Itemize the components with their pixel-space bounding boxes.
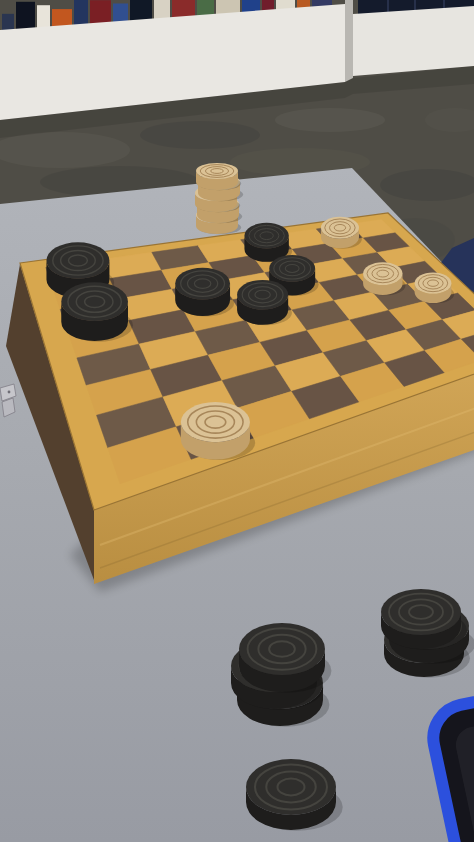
bookshelf-right — [353, 6, 474, 76]
checker-dark-r3c1 — [61, 282, 133, 341]
checker-dark-r4c4 — [237, 280, 292, 325]
photo-scene — [0, 0, 474, 842]
stacked-light-checker-5 — [196, 163, 241, 190]
bookshelf-gap — [345, 0, 353, 82]
checkers-photo — [0, 0, 474, 842]
checker-dark-r3c3 — [175, 268, 234, 317]
stack-behind-board — [195, 163, 243, 234]
